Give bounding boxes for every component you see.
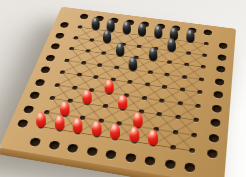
border-hole: [48, 140, 61, 150]
red-peg[interactable]: [73, 118, 83, 133]
border-hole: [67, 143, 79, 153]
border-hole: [219, 43, 228, 50]
lattice-hole[interactable]: [89, 38, 95, 42]
black-peg[interactable]: [103, 29, 111, 42]
black-peg[interactable]: [186, 29, 194, 42]
red-peg[interactable]: [91, 121, 101, 136]
border-hole: [55, 32, 65, 39]
game-board: [0, 7, 236, 177]
black-peg[interactable]: [122, 21, 130, 34]
black-peg[interactable]: [91, 17, 99, 30]
black-peg[interactable]: [154, 25, 162, 38]
photo-background: [0, 0, 246, 177]
border-hole: [105, 150, 117, 160]
red-peg[interactable]: [133, 112, 143, 127]
red-peg[interactable]: [118, 95, 127, 110]
border-hole: [40, 66, 51, 74]
border-hole: [86, 147, 98, 157]
red-peg[interactable]: [82, 89, 91, 104]
border-hole: [50, 43, 61, 50]
border-hole: [45, 54, 56, 61]
border-hole: [212, 104, 222, 113]
black-peg[interactable]: [168, 38, 176, 51]
red-peg[interactable]: [110, 124, 120, 139]
border-hole: [59, 22, 69, 28]
border-hole: [215, 78, 225, 86]
border-hole: [29, 91, 41, 99]
lattice-hole[interactable]: [193, 117, 199, 122]
border-hole: [124, 153, 136, 163]
border-hole: [79, 14, 89, 20]
red-peg[interactable]: [148, 129, 158, 145]
black-peg[interactable]: [129, 56, 138, 70]
border-hole: [209, 133, 220, 142]
border-hole: [217, 54, 226, 61]
border-hole: [29, 137, 42, 147]
border-hole: [216, 66, 225, 73]
border-hole: [213, 91, 223, 99]
red-peg[interactable]: [54, 115, 64, 130]
border-hole: [184, 162, 196, 172]
black-peg[interactable]: [148, 47, 157, 60]
red-peg[interactable]: [60, 101, 70, 116]
border-hole: [144, 156, 156, 166]
black-peg[interactable]: [116, 43, 125, 56]
border-hole: [17, 119, 29, 128]
lattice-hole[interactable]: [167, 60, 172, 64]
border-hole: [164, 159, 176, 169]
border-hole: [203, 29, 212, 36]
border-hole: [34, 78, 45, 86]
border-hole: [207, 149, 218, 159]
border-hole: [210, 118, 220, 127]
red-peg[interactable]: [104, 79, 113, 93]
red-peg[interactable]: [129, 126, 139, 142]
red-peg[interactable]: [36, 112, 46, 127]
border-hole: [23, 105, 35, 114]
lattice-hole[interactable]: [204, 42, 209, 46]
black-peg[interactable]: [138, 23, 146, 36]
